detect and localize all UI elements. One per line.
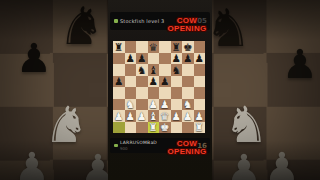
square-a3[interactable] bbox=[113, 99, 125, 111]
black-knight: ♞ bbox=[172, 65, 181, 76]
square-e1[interactable]: ♚ bbox=[159, 122, 171, 134]
square-g8[interactable]: ♚ bbox=[182, 41, 194, 53]
black-pawn: ♟ bbox=[149, 76, 158, 87]
square-e5[interactable]: ♟ bbox=[159, 76, 171, 88]
caption-bottom: COW OPENING bbox=[156, 140, 218, 156]
square-c3[interactable] bbox=[136, 99, 148, 111]
black-bishop: ♝ bbox=[149, 65, 158, 76]
square-g5[interactable] bbox=[182, 76, 194, 88]
square-g7[interactable]: ♟ bbox=[182, 53, 194, 65]
square-f4[interactable] bbox=[171, 87, 183, 99]
square-c1[interactable] bbox=[136, 122, 148, 134]
square-b6[interactable] bbox=[125, 64, 137, 76]
square-c7[interactable]: ♟ bbox=[136, 53, 148, 65]
square-h1[interactable]: ♜ bbox=[194, 122, 206, 134]
square-h6[interactable] bbox=[194, 64, 206, 76]
square-a6[interactable] bbox=[113, 64, 125, 76]
square-b7[interactable]: ♟ bbox=[125, 53, 137, 65]
white-pawn: ♟ bbox=[126, 111, 135, 122]
square-b8[interactable] bbox=[125, 41, 137, 53]
square-f5[interactable] bbox=[171, 76, 183, 88]
square-e7[interactable] bbox=[159, 53, 171, 65]
square-g2[interactable]: ♟ bbox=[182, 110, 194, 122]
square-c5[interactable] bbox=[136, 76, 148, 88]
caption-line2: OPENING bbox=[156, 25, 218, 33]
black-pawn: ♟ bbox=[114, 76, 123, 87]
square-a4[interactable] bbox=[113, 87, 125, 99]
chess-board: ♜♛♜♚♟♟♟♟♟♞♝♞♟♟♟♞♟♟♞♟♟♟♝♛♟♟♟♜♚♜ bbox=[113, 41, 205, 133]
square-g6[interactable] bbox=[182, 64, 194, 76]
caption-top: COW OPENING bbox=[156, 17, 218, 33]
white-pawn: ♟ bbox=[183, 111, 192, 122]
square-c4[interactable] bbox=[136, 87, 148, 99]
square-c6[interactable]: ♞ bbox=[136, 64, 148, 76]
square-d1[interactable]: ♜ bbox=[148, 122, 160, 134]
square-h7[interactable]: ♟ bbox=[194, 53, 206, 65]
white-king: ♚ bbox=[160, 122, 169, 133]
square-g4[interactable] bbox=[182, 87, 194, 99]
square-g3[interactable]: ♞ bbox=[182, 99, 194, 111]
white-pawn: ♟ bbox=[195, 111, 204, 122]
square-g1[interactable] bbox=[182, 122, 194, 134]
square-f7[interactable]: ♟ bbox=[171, 53, 183, 65]
black-knight: ♞ bbox=[137, 65, 146, 76]
square-h5[interactable] bbox=[194, 76, 206, 88]
square-d4[interactable] bbox=[148, 87, 160, 99]
square-a8[interactable]: ♜ bbox=[113, 41, 125, 53]
white-queen: ♛ bbox=[160, 111, 169, 122]
black-queen: ♛ bbox=[149, 42, 158, 53]
square-e8[interactable] bbox=[159, 41, 171, 53]
white-bishop: ♝ bbox=[149, 111, 158, 122]
square-a1[interactable] bbox=[113, 122, 125, 134]
black-pawn: ♟ bbox=[172, 53, 181, 64]
square-c8[interactable] bbox=[136, 41, 148, 53]
black-pawn: ♟ bbox=[126, 53, 135, 64]
black-pawn: ♟ bbox=[160, 76, 169, 87]
square-f1[interactable] bbox=[171, 122, 183, 134]
white-pawn: ♟ bbox=[149, 99, 158, 110]
caption-line2: OPENING bbox=[156, 148, 218, 156]
square-h4[interactable] bbox=[194, 87, 206, 99]
online-status-dot bbox=[114, 19, 118, 23]
square-h8[interactable] bbox=[194, 41, 206, 53]
black-rook: ♜ bbox=[172, 42, 181, 53]
white-pawn: ♟ bbox=[137, 111, 146, 122]
square-d6[interactable]: ♝ bbox=[148, 64, 160, 76]
square-b4[interactable] bbox=[125, 87, 137, 99]
square-e3[interactable]: ♟ bbox=[159, 99, 171, 111]
white-knight: ♞ bbox=[126, 99, 135, 110]
square-c2[interactable]: ♟ bbox=[136, 110, 148, 122]
square-d8[interactable]: ♛ bbox=[148, 41, 160, 53]
white-pawn: ♟ bbox=[172, 111, 181, 122]
black-king: ♚ bbox=[183, 42, 192, 53]
white-pawn: ♟ bbox=[160, 99, 169, 110]
square-f6[interactable]: ♞ bbox=[171, 64, 183, 76]
white-knight: ♞ bbox=[183, 99, 192, 110]
square-f2[interactable]: ♟ bbox=[171, 110, 183, 122]
square-e4[interactable] bbox=[159, 87, 171, 99]
square-h2[interactable]: ♟ bbox=[194, 110, 206, 122]
player-rating: 900 bbox=[120, 146, 157, 151]
square-e6[interactable] bbox=[159, 64, 171, 76]
white-rook: ♜ bbox=[195, 122, 204, 133]
online-status-dot bbox=[114, 144, 118, 148]
square-b2[interactable]: ♟ bbox=[125, 110, 137, 122]
square-b1[interactable] bbox=[125, 122, 137, 134]
square-d3[interactable]: ♟ bbox=[148, 99, 160, 111]
square-a7[interactable] bbox=[113, 53, 125, 65]
square-h3[interactable] bbox=[194, 99, 206, 111]
square-b5[interactable] bbox=[125, 76, 137, 88]
white-pawn: ♟ bbox=[114, 111, 123, 122]
black-pawn: ♟ bbox=[183, 53, 192, 64]
white-rook: ♜ bbox=[149, 122, 158, 133]
player-name: LARRUSOMBaD bbox=[120, 140, 157, 145]
square-d5[interactable]: ♟ bbox=[148, 76, 160, 88]
black-pawn: ♟ bbox=[195, 53, 204, 64]
square-a5[interactable]: ♟ bbox=[113, 76, 125, 88]
square-f8[interactable]: ♜ bbox=[171, 41, 183, 53]
square-d7[interactable] bbox=[148, 53, 160, 65]
square-b3[interactable]: ♞ bbox=[125, 99, 137, 111]
square-d2[interactable]: ♝ bbox=[148, 110, 160, 122]
black-rook: ♜ bbox=[114, 42, 123, 53]
black-pawn: ♟ bbox=[137, 53, 146, 64]
square-f3[interactable] bbox=[171, 99, 183, 111]
square-a2[interactable]: ♟ bbox=[113, 110, 125, 122]
square-e2[interactable]: ♛ bbox=[159, 110, 171, 122]
